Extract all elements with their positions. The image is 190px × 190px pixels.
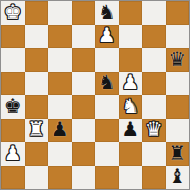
black-queen-icon: ♛ bbox=[168, 49, 186, 69]
square-d2[interactable] bbox=[72, 142, 96, 166]
square-a2[interactable]: ♟ bbox=[1, 142, 25, 166]
square-f6[interactable] bbox=[119, 48, 143, 72]
square-e7[interactable]: ♟ bbox=[95, 25, 119, 49]
square-b8[interactable] bbox=[25, 1, 49, 25]
chess-board-frame: ♚♞♟♛♞♟♚♞♜♟♟♛♟♜♝ bbox=[0, 0, 190, 190]
square-b4[interactable] bbox=[25, 95, 49, 119]
white-king-icon: ♚ bbox=[4, 2, 22, 22]
square-g5[interactable] bbox=[142, 72, 166, 96]
square-g1[interactable] bbox=[142, 166, 166, 190]
square-f4[interactable]: ♞ bbox=[119, 95, 143, 119]
square-g3[interactable]: ♛ bbox=[142, 119, 166, 143]
square-a6[interactable] bbox=[1, 48, 25, 72]
black-bishop-icon: ♝ bbox=[168, 166, 186, 186]
square-d7[interactable] bbox=[72, 25, 96, 49]
square-d3[interactable] bbox=[72, 119, 96, 143]
square-e8[interactable]: ♞ bbox=[95, 1, 119, 25]
square-f2[interactable] bbox=[119, 142, 143, 166]
square-g7[interactable] bbox=[142, 25, 166, 49]
square-c6[interactable] bbox=[48, 48, 72, 72]
square-b5[interactable] bbox=[25, 72, 49, 96]
square-a7[interactable] bbox=[1, 25, 25, 49]
square-h5[interactable] bbox=[166, 72, 190, 96]
square-b6[interactable] bbox=[25, 48, 49, 72]
white-pawn-icon: ♟ bbox=[4, 143, 22, 163]
square-h2[interactable]: ♜ bbox=[166, 142, 190, 166]
square-a5[interactable] bbox=[1, 72, 25, 96]
white-pawn-icon: ♟ bbox=[98, 25, 116, 45]
square-g8[interactable] bbox=[142, 1, 166, 25]
square-a3[interactable] bbox=[1, 119, 25, 143]
square-c1[interactable] bbox=[48, 166, 72, 190]
black-knight-icon: ♞ bbox=[98, 72, 116, 92]
square-h7[interactable] bbox=[166, 25, 190, 49]
square-c3[interactable]: ♟ bbox=[48, 119, 72, 143]
square-e5[interactable]: ♞ bbox=[95, 72, 119, 96]
black-rook-icon: ♜ bbox=[168, 143, 186, 163]
square-b7[interactable] bbox=[25, 25, 49, 49]
black-knight-icon: ♞ bbox=[98, 2, 116, 22]
square-f8[interactable] bbox=[119, 1, 143, 25]
square-c7[interactable] bbox=[48, 25, 72, 49]
square-f5[interactable]: ♟ bbox=[119, 72, 143, 96]
white-knight-icon: ♞ bbox=[121, 96, 139, 116]
black-pawn-icon: ♟ bbox=[121, 119, 139, 139]
square-h8[interactable] bbox=[166, 1, 190, 25]
square-f1[interactable] bbox=[119, 166, 143, 190]
square-f3[interactable]: ♟ bbox=[119, 119, 143, 143]
square-b1[interactable] bbox=[25, 166, 49, 190]
square-c4[interactable] bbox=[48, 95, 72, 119]
white-rook-icon: ♜ bbox=[27, 119, 45, 139]
square-d1[interactable] bbox=[72, 166, 96, 190]
square-a1[interactable] bbox=[1, 166, 25, 190]
square-h6[interactable]: ♛ bbox=[166, 48, 190, 72]
square-d4[interactable] bbox=[72, 95, 96, 119]
square-g4[interactable] bbox=[142, 95, 166, 119]
square-a4[interactable]: ♚ bbox=[1, 95, 25, 119]
square-c8[interactable] bbox=[48, 1, 72, 25]
square-e3[interactable] bbox=[95, 119, 119, 143]
square-g6[interactable] bbox=[142, 48, 166, 72]
black-pawn-icon: ♟ bbox=[51, 119, 69, 139]
square-h1[interactable]: ♝ bbox=[166, 166, 190, 190]
square-d8[interactable] bbox=[72, 1, 96, 25]
square-d6[interactable] bbox=[72, 48, 96, 72]
square-g2[interactable] bbox=[142, 142, 166, 166]
square-e6[interactable] bbox=[95, 48, 119, 72]
chess-board: ♚♞♟♛♞♟♚♞♜♟♟♛♟♜♝ bbox=[1, 1, 189, 189]
square-h4[interactable] bbox=[166, 95, 190, 119]
square-e2[interactable] bbox=[95, 142, 119, 166]
square-b2[interactable] bbox=[25, 142, 49, 166]
square-a8[interactable]: ♚ bbox=[1, 1, 25, 25]
square-h3[interactable] bbox=[166, 119, 190, 143]
square-f7[interactable] bbox=[119, 25, 143, 49]
square-c5[interactable] bbox=[48, 72, 72, 96]
square-c2[interactable] bbox=[48, 142, 72, 166]
white-queen-icon: ♛ bbox=[145, 119, 163, 139]
black-king-icon: ♚ bbox=[4, 96, 22, 116]
white-pawn-icon: ♟ bbox=[121, 72, 139, 92]
square-d5[interactable] bbox=[72, 72, 96, 96]
square-b3[interactable]: ♜ bbox=[25, 119, 49, 143]
square-e1[interactable] bbox=[95, 166, 119, 190]
square-e4[interactable] bbox=[95, 95, 119, 119]
